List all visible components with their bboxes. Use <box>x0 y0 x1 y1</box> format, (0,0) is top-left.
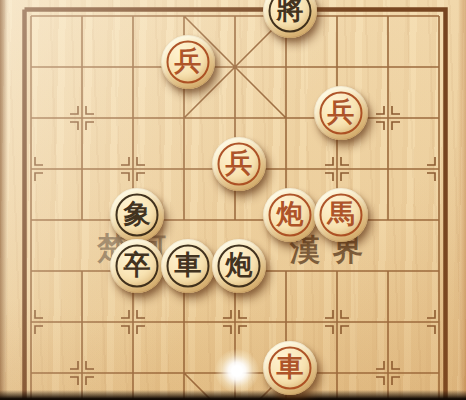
piece-red-cannon[interactable]: 炮 <box>263 188 317 242</box>
piece-red-horse[interactable]: 馬 <box>314 188 368 242</box>
piece-black-chariot[interactable]: 車 <box>161 239 215 293</box>
piece-character: 兵 <box>328 99 355 126</box>
piece-character: 車 <box>277 354 304 381</box>
piece-character: 卒 <box>124 252 151 279</box>
piece-character: 炮 <box>226 252 253 279</box>
piece-character: 炮 <box>277 201 304 228</box>
piece-character: 馬 <box>328 201 355 228</box>
piece-character: 兵 <box>226 150 253 177</box>
piece-engraved-ring: 兵 <box>218 143 261 186</box>
piece-engraved-ring: 兵 <box>320 92 363 135</box>
piece-character: 兵 <box>175 48 202 75</box>
piece-black-elephant[interactable]: 象 <box>110 188 164 242</box>
piece-engraved-ring: 馬 <box>320 194 363 237</box>
piece-character: 象 <box>124 201 151 228</box>
piece-character: 車 <box>175 252 202 279</box>
board-grid <box>0 0 466 400</box>
piece-engraved-ring: 卒 <box>116 245 159 288</box>
xiangqi-board[interactable]: 楚河 漢界 將兵兵兵象炮馬卒車炮車 <box>0 0 466 400</box>
piece-red-soldier-b[interactable]: 兵 <box>314 86 368 140</box>
piece-engraved-ring: 兵 <box>167 41 210 84</box>
piece-engraved-ring: 炮 <box>218 245 261 288</box>
piece-engraved-ring: 將 <box>269 0 312 33</box>
piece-engraved-ring: 炮 <box>269 194 312 237</box>
piece-engraved-ring: 車 <box>167 245 210 288</box>
piece-engraved-ring: 車 <box>269 347 312 390</box>
piece-red-soldier-c[interactable]: 兵 <box>212 137 266 191</box>
piece-character: 將 <box>277 0 304 24</box>
piece-red-soldier-a[interactable]: 兵 <box>161 35 215 89</box>
piece-black-cannon[interactable]: 炮 <box>212 239 266 293</box>
piece-engraved-ring: 象 <box>116 194 159 237</box>
piece-black-soldier[interactable]: 卒 <box>110 239 164 293</box>
piece-red-chariot[interactable]: 車 <box>263 341 317 395</box>
